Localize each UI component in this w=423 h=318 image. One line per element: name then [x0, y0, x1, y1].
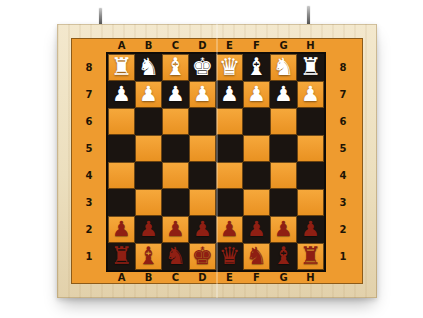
piece-wB-c8[interactable]: ♝	[162, 54, 189, 81]
piece-rQ-e1[interactable]: ♛	[216, 243, 243, 270]
square-h8[interactable]: ♜	[297, 54, 324, 81]
square-b6[interactable]	[135, 108, 162, 135]
demo-chessboard-photo: ABCDEFGH 87654321 ♜♞♝♚♛♝♞♜♟♟♟♟♟♟♟♟♟♟♟♟♟♟…	[0, 0, 423, 318]
piece-wR-a8[interactable]: ♜	[108, 54, 135, 81]
piece-rR-h1[interactable]: ♜	[297, 243, 324, 270]
piece-rP-f2[interactable]: ♟	[243, 216, 270, 243]
piece-wP-f7[interactable]: ♟	[243, 81, 270, 108]
file-label-f-bottom: F	[243, 273, 270, 283]
rank-label-6-right: 6	[326, 108, 360, 135]
square-b3[interactable]	[135, 189, 162, 216]
rank-label-7-right: 7	[326, 81, 360, 108]
chessboard: ♜♞♝♚♛♝♞♜♟♟♟♟♟♟♟♟♟♟♟♟♟♟♟♟♜♝♞♚♛♞♝♜	[106, 52, 326, 272]
file-label-a-bottom: A	[108, 273, 135, 283]
board-sheet: ABCDEFGH 87654321 ♜♞♝♚♛♝♞♜♟♟♟♟♟♟♟♟♟♟♟♟♟♟…	[71, 38, 363, 284]
file-label-e-top: E	[216, 41, 243, 51]
square-e7[interactable]: ♟	[216, 81, 243, 108]
square-f8[interactable]: ♝	[243, 54, 270, 81]
square-e6[interactable]	[216, 108, 243, 135]
file-label-d-top: D	[189, 41, 216, 51]
square-d4[interactable]	[189, 162, 216, 189]
square-f7[interactable]: ♟	[243, 81, 270, 108]
file-label-g-top: G	[270, 41, 297, 51]
square-c4[interactable]	[162, 162, 189, 189]
piece-rP-e2[interactable]: ♟	[216, 216, 243, 243]
square-d1[interactable]: ♚	[189, 243, 216, 270]
square-g4[interactable]	[270, 162, 297, 189]
file-label-f-top: F	[243, 41, 270, 51]
file-label-b-bottom: B	[135, 273, 162, 283]
rank-label-4-left: 4	[72, 162, 106, 189]
square-b8[interactable]: ♞	[135, 54, 162, 81]
piece-rP-d2[interactable]: ♟	[189, 216, 216, 243]
square-e5[interactable]	[216, 135, 243, 162]
square-g2[interactable]: ♟	[270, 216, 297, 243]
rank-labels-right: 87654321	[326, 52, 360, 272]
square-c3[interactable]	[162, 189, 189, 216]
square-e1[interactable]: ♛	[216, 243, 243, 270]
piece-wN-b8[interactable]: ♞	[135, 54, 162, 81]
rank-label-4-right: 4	[326, 162, 360, 189]
rank-label-7-left: 7	[72, 81, 106, 108]
rank-label-2-left: 2	[72, 216, 106, 243]
wooden-frame: ABCDEFGH 87654321 ♜♞♝♚♛♝♞♜♟♟♟♟♟♟♟♟♟♟♟♟♟♟…	[57, 24, 377, 298]
square-b7[interactable]: ♟	[135, 81, 162, 108]
rank-label-2-right: 2	[326, 216, 360, 243]
piece-wP-h7[interactable]: ♟	[297, 81, 324, 108]
square-b1[interactable]: ♝	[135, 243, 162, 270]
piece-wB-f8[interactable]: ♝	[243, 54, 270, 81]
square-g3[interactable]	[270, 189, 297, 216]
piece-wN-g8[interactable]: ♞	[270, 54, 297, 81]
piece-wQ-e8[interactable]: ♛	[216, 54, 243, 81]
rank-label-6-left: 6	[72, 108, 106, 135]
square-a7[interactable]: ♟	[108, 81, 135, 108]
file-label-h-top: H	[297, 41, 324, 51]
square-e2[interactable]: ♟	[216, 216, 243, 243]
piece-wK-d8[interactable]: ♚	[189, 54, 216, 81]
piece-rK-d1[interactable]: ♚	[189, 243, 216, 270]
rank-label-3-right: 3	[326, 189, 360, 216]
rank-label-8-right: 8	[326, 54, 360, 81]
square-b4[interactable]	[135, 162, 162, 189]
square-f6[interactable]	[243, 108, 270, 135]
rank-label-3-left: 3	[72, 189, 106, 216]
rank-label-5-left: 5	[72, 135, 106, 162]
square-a1[interactable]: ♜	[108, 243, 135, 270]
piece-rN-f1[interactable]: ♞	[243, 243, 270, 270]
square-b2[interactable]: ♟	[135, 216, 162, 243]
square-h7[interactable]: ♟	[297, 81, 324, 108]
file-label-a-top: A	[108, 41, 135, 51]
square-h4[interactable]	[297, 162, 324, 189]
piece-wP-g7[interactable]: ♟	[270, 81, 297, 108]
piece-wP-a7[interactable]: ♟	[108, 81, 135, 108]
piece-rP-h2[interactable]: ♟	[297, 216, 324, 243]
square-a8[interactable]: ♜	[108, 54, 135, 81]
square-c1[interactable]: ♞	[162, 243, 189, 270]
square-g6[interactable]	[270, 108, 297, 135]
square-d8[interactable]: ♚	[189, 54, 216, 81]
square-d5[interactable]	[189, 135, 216, 162]
square-g1[interactable]: ♝	[270, 243, 297, 270]
piece-rP-a2[interactable]: ♟	[108, 216, 135, 243]
file-label-c-top: C	[162, 41, 189, 51]
piece-wP-d7[interactable]: ♟	[189, 81, 216, 108]
square-e8[interactable]: ♛	[216, 54, 243, 81]
square-c6[interactable]	[162, 108, 189, 135]
square-a4[interactable]	[108, 162, 135, 189]
piece-wP-b7[interactable]: ♟	[135, 81, 162, 108]
file-labels-bottom: ABCDEFGH	[106, 272, 326, 283]
file-label-c-bottom: C	[162, 273, 189, 283]
square-e4[interactable]	[216, 162, 243, 189]
square-h1[interactable]: ♜	[297, 243, 324, 270]
square-a2[interactable]: ♟	[108, 216, 135, 243]
square-h2[interactable]: ♟	[297, 216, 324, 243]
square-c7[interactable]: ♟	[162, 81, 189, 108]
rank-label-8-left: 8	[72, 54, 106, 81]
piece-rP-c2[interactable]: ♟	[162, 216, 189, 243]
file-label-b-top: B	[135, 41, 162, 51]
file-label-h-bottom: H	[297, 273, 324, 283]
square-d7[interactable]: ♟	[189, 81, 216, 108]
square-d3[interactable]	[189, 189, 216, 216]
square-g8[interactable]: ♞	[270, 54, 297, 81]
square-e3[interactable]	[216, 189, 243, 216]
piece-rB-b1[interactable]: ♝	[135, 243, 162, 270]
square-f5[interactable]	[243, 135, 270, 162]
piece-wP-e7[interactable]: ♟	[216, 81, 243, 108]
piece-wP-c7[interactable]: ♟	[162, 81, 189, 108]
square-d6[interactable]	[189, 108, 216, 135]
square-f4[interactable]	[243, 162, 270, 189]
rank-label-1-right: 1	[326, 243, 360, 270]
file-label-g-bottom: G	[270, 273, 297, 283]
file-labels-top: ABCDEFGH	[106, 39, 326, 52]
rank-label-5-right: 5	[326, 135, 360, 162]
square-g7[interactable]: ♟	[270, 81, 297, 108]
square-f2[interactable]: ♟	[243, 216, 270, 243]
square-c8[interactable]: ♝	[162, 54, 189, 81]
square-a5[interactable]	[108, 135, 135, 162]
square-a3[interactable]	[108, 189, 135, 216]
piece-rN-c1[interactable]: ♞	[162, 243, 189, 270]
square-c2[interactable]: ♟	[162, 216, 189, 243]
rank-label-1-left: 1	[72, 243, 106, 270]
square-g5[interactable]	[270, 135, 297, 162]
square-d2[interactable]: ♟	[189, 216, 216, 243]
square-h3[interactable]	[297, 189, 324, 216]
piece-rB-g1[interactable]: ♝	[270, 243, 297, 270]
square-f3[interactable]	[243, 189, 270, 216]
square-h6[interactable]	[297, 108, 324, 135]
piece-rP-b2[interactable]: ♟	[135, 216, 162, 243]
piece-wR-h8[interactable]: ♜	[297, 54, 324, 81]
file-label-e-bottom: E	[216, 273, 243, 283]
rank-labels-left: 87654321	[72, 52, 106, 272]
square-f1[interactable]: ♞	[243, 243, 270, 270]
file-label-d-bottom: D	[189, 273, 216, 283]
piece-rP-g2[interactable]: ♟	[270, 216, 297, 243]
square-h5[interactable]	[297, 135, 324, 162]
square-a6[interactable]	[108, 108, 135, 135]
piece-rR-a1[interactable]: ♜	[108, 243, 135, 270]
square-c5[interactable]	[162, 135, 189, 162]
square-b5[interactable]	[135, 135, 162, 162]
